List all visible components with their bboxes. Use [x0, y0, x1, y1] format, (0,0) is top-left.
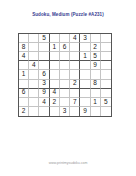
sudoku-cell-r1c3: 5 [39, 34, 49, 43]
sudoku-cell-r2c8: 2 [91, 43, 101, 52]
sudoku-cell-r7c5 [60, 89, 70, 98]
sudoku-cell-r7c6 [70, 89, 80, 98]
sudoku-cell-r4c1 [19, 61, 29, 70]
sudoku-cell-r6c6: 2 [70, 80, 80, 89]
sudoku-cell-r9c5: 3 [60, 107, 70, 116]
sudoku-cell-r8c1 [19, 98, 29, 107]
sudoku-cell-r9c1: 2 [19, 107, 29, 116]
sudoku-cell-r1c5 [60, 34, 70, 43]
sudoku-cell-r3c5 [60, 52, 70, 61]
sudoku-page: Sudoku, Medium (Puzzle #A231) 5438162415… [0, 0, 136, 176]
sudoku-cell-r7c9 [101, 89, 111, 98]
sudoku-cell-r1c1 [19, 34, 29, 43]
sudoku-cell-r3c1: 4 [19, 52, 29, 61]
sudoku-cell-r9c3 [39, 107, 49, 116]
sudoku-cell-r9c8 [91, 107, 101, 116]
sudoku-cell-r3c4 [50, 52, 60, 61]
sudoku-cell-r9c9 [101, 107, 111, 116]
sudoku-cell-r2c7 [80, 43, 90, 52]
sudoku-cell-r5c3: 6 [39, 70, 49, 79]
sudoku-cell-r7c3: 9 [39, 89, 49, 98]
sudoku-cell-r6c4 [50, 80, 60, 89]
sudoku-cell-r6c1 [19, 80, 29, 89]
footer-url: www.printmysudoku.com [0, 161, 136, 165]
sudoku-cell-r8c6: 7 [70, 98, 80, 107]
sudoku-cell-r6c8: 8 [91, 80, 101, 89]
sudoku-cell-r9c6 [70, 107, 80, 116]
sudoku-cell-r7c8 [91, 89, 101, 98]
sudoku-cell-r1c9 [101, 34, 111, 43]
sudoku-cell-r8c4: 2 [50, 98, 60, 107]
sudoku-cell-r4c5 [60, 61, 70, 70]
sudoku-cell-r1c8 [91, 34, 101, 43]
sudoku-cell-r1c6: 4 [70, 34, 80, 43]
sudoku-cell-r5c1: 1 [19, 70, 29, 79]
sudoku-cell-r6c5 [60, 80, 70, 89]
sudoku-cell-r2c4: 1 [50, 43, 60, 52]
sudoku-cell-r8c3: 4 [39, 98, 49, 107]
sudoku-cell-r2c5: 6 [60, 43, 70, 52]
sudoku-cell-r6c9 [101, 80, 111, 89]
puzzle-title: Sudoku, Medium (Puzzle #A231) [0, 12, 136, 17]
sudoku-cell-r4c4 [50, 61, 60, 70]
sudoku-cell-r5c6 [70, 70, 80, 79]
sudoku-cell-r3c7: 1 [80, 52, 90, 61]
sudoku-cell-r3c9 [101, 52, 111, 61]
sudoku-cell-r2c1: 8 [19, 43, 29, 52]
sudoku-cell-r4c8: 9 [91, 61, 101, 70]
sudoku-cell-r8c7 [80, 98, 90, 107]
sudoku-cell-r4c3 [39, 61, 49, 70]
sudoku-cell-r7c4: 4 [50, 89, 60, 98]
sudoku-cell-r8c8: 1 [91, 98, 101, 107]
sudoku-cell-r8c9: 5 [101, 98, 111, 107]
sudoku-cell-r7c2 [29, 89, 39, 98]
sudoku-cell-r2c3 [39, 43, 49, 52]
sudoku-cell-r9c7: 9 [80, 107, 90, 116]
sudoku-cell-r6c2 [29, 80, 39, 89]
sudoku-cell-r4c6 [70, 61, 80, 70]
sudoku-cell-r1c2 [29, 34, 39, 43]
sudoku-cell-r4c7 [80, 61, 90, 70]
sudoku-cell-r6c7 [80, 80, 90, 89]
sudoku-cell-r3c6 [70, 52, 80, 61]
sudoku-cell-r1c4 [50, 34, 60, 43]
sudoku-cell-r5c5 [60, 70, 70, 79]
sudoku-cell-r7c1: 6 [19, 89, 29, 98]
sudoku-cell-r5c2 [29, 70, 39, 79]
sudoku-cell-r9c2 [29, 107, 39, 116]
sudoku-cell-r3c2 [29, 52, 39, 61]
sudoku-cell-r4c2: 4 [29, 61, 39, 70]
sudoku-board: 5438162415491632869442715239 [18, 33, 112, 117]
sudoku-cell-r7c7 [80, 89, 90, 98]
sudoku-cell-r5c4 [50, 70, 60, 79]
sudoku-cell-r6c3: 3 [39, 80, 49, 89]
sudoku-cell-r2c6 [70, 43, 80, 52]
sudoku-cell-r1c7: 3 [80, 34, 90, 43]
sudoku-cell-r2c2 [29, 43, 39, 52]
sudoku-cell-r5c7 [80, 70, 90, 79]
sudoku-cell-r3c3 [39, 52, 49, 61]
sudoku-cell-r2c9 [101, 43, 111, 52]
sudoku-cell-r5c9 [101, 70, 111, 79]
sudoku-cell-r4c9 [101, 61, 111, 70]
sudoku-cell-r3c8: 5 [91, 52, 101, 61]
sudoku-cell-r5c8 [91, 70, 101, 79]
sudoku-cell-r9c4 [50, 107, 60, 116]
sudoku-cell-r8c5 [60, 98, 70, 107]
sudoku-cell-r8c2 [29, 98, 39, 107]
